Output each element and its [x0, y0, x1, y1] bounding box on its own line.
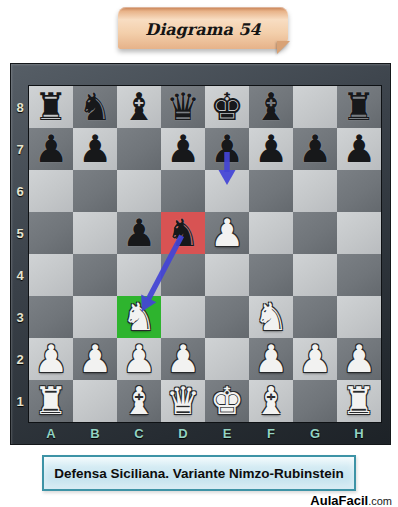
chess-board: 87654321 ♜♞♝♛♚♝♜♟♟♟♟♟♟♟♟♞♟♞♞♟♟♟♟♟♟♟♜♝♛♚♝…: [10, 63, 391, 445]
square-d1: ♛: [161, 380, 205, 422]
rank-label-2: 2: [11, 338, 29, 380]
black-pawn-f7: ♟: [254, 128, 288, 170]
black-rook-a8: ♜: [34, 86, 68, 128]
square-a7: ♟: [29, 128, 73, 170]
brand-suffix: .com: [368, 495, 392, 507]
file-labels: ABCDEFGH: [29, 422, 381, 444]
file-label-h: H: [337, 422, 381, 444]
square-d8: ♛: [161, 86, 205, 128]
square-a1: ♜: [29, 380, 73, 422]
square-b6: [73, 170, 117, 212]
square-g1: [293, 380, 337, 422]
square-e7: ♟: [205, 128, 249, 170]
square-g6: [293, 170, 337, 212]
caption-box: Defensa Siciliana. Variante Nimzo-Rubins…: [42, 455, 356, 491]
file-label-a: A: [29, 422, 73, 444]
square-a8: ♜: [29, 86, 73, 128]
file-label-e: E: [205, 422, 249, 444]
square-a3: [29, 296, 73, 338]
square-f2: ♟: [249, 338, 293, 380]
square-b8: ♞: [73, 86, 117, 128]
square-b3: [73, 296, 117, 338]
square-h6: [337, 170, 381, 212]
square-h4: [337, 254, 381, 296]
rank-label-1: 1: [11, 380, 29, 422]
black-queen-d8: ♛: [166, 86, 200, 128]
diagram-title: Diagrama 54: [145, 17, 260, 39]
file-label-b: B: [73, 422, 117, 444]
rank-label-4: 4: [11, 254, 29, 296]
white-bishop-c1: ♝: [122, 380, 156, 422]
square-e1: ♚: [205, 380, 249, 422]
white-rook-a1: ♜: [34, 380, 68, 422]
file-label-g: G: [293, 422, 337, 444]
file-label-c: C: [117, 422, 161, 444]
square-f5: [249, 212, 293, 254]
white-pawn-h2: ♟: [342, 338, 376, 380]
square-b5: [73, 212, 117, 254]
black-knight-b8: ♞: [78, 86, 112, 128]
square-g3: [293, 296, 337, 338]
square-c1: ♝: [117, 380, 161, 422]
square-f1: ♝: [249, 380, 293, 422]
square-c3: ♞: [117, 296, 161, 338]
rank-label-3: 3: [11, 296, 29, 338]
aulafacil-logo[interactable]: AulaFacil.com: [310, 491, 392, 507]
white-pawn-a2: ♟: [34, 338, 68, 380]
black-pawn-b7: ♟: [78, 128, 112, 170]
square-b1: [73, 380, 117, 422]
square-c7: [117, 128, 161, 170]
square-a5: [29, 212, 73, 254]
square-d6: [161, 170, 205, 212]
page: Diagrama 54 87654321 ♜♞♝♛♚♝♜♟♟♟♟♟♟♟♟♞♟♞♞…: [0, 0, 398, 507]
square-e3: [205, 296, 249, 338]
square-d7: ♟: [161, 128, 205, 170]
black-bishop-f8: ♝: [254, 86, 288, 128]
square-e6: [205, 170, 249, 212]
white-queen-d1: ♛: [166, 380, 200, 422]
black-pawn-a7: ♟: [34, 128, 68, 170]
white-pawn-e5: ♟: [210, 212, 244, 254]
square-h7: ♟: [337, 128, 381, 170]
square-d2: ♟: [161, 338, 205, 380]
square-h8: ♜: [337, 86, 381, 128]
square-d5: ♞: [161, 212, 205, 254]
square-h5: [337, 212, 381, 254]
black-king-e8: ♚: [210, 86, 244, 128]
square-b4: [73, 254, 117, 296]
square-f8: ♝: [249, 86, 293, 128]
square-h2: ♟: [337, 338, 381, 380]
square-f6: [249, 170, 293, 212]
banner-fold-corner: [277, 41, 290, 54]
diagram-banner: Diagrama 54: [118, 7, 288, 49]
rank-label-8: 8: [11, 86, 29, 128]
square-e8: ♚: [205, 86, 249, 128]
file-label-d: D: [161, 422, 205, 444]
white-bishop-f1: ♝: [254, 380, 288, 422]
square-c6: [117, 170, 161, 212]
square-e4: [205, 254, 249, 296]
white-pawn-c2: ♟: [122, 338, 156, 380]
rank-label-6: 6: [11, 170, 29, 212]
square-f3: ♞: [249, 296, 293, 338]
caption-text: Defensa Siciliana. Variante Nimzo-Rubins…: [54, 466, 344, 481]
rank-labels: 87654321: [11, 86, 29, 422]
square-f4: [249, 254, 293, 296]
file-label-f: F: [249, 422, 293, 444]
board-squares: ♜♞♝♛♚♝♜♟♟♟♟♟♟♟♟♞♟♞♞♟♟♟♟♟♟♟♜♝♛♚♝♜: [29, 86, 381, 422]
square-a2: ♟: [29, 338, 73, 380]
square-d3: [161, 296, 205, 338]
square-c5: ♟: [117, 212, 161, 254]
white-pawn-g2: ♟: [298, 338, 332, 380]
square-g8: [293, 86, 337, 128]
rank-label-7: 7: [11, 128, 29, 170]
square-e5: ♟: [205, 212, 249, 254]
white-pawn-d2: ♟: [166, 338, 200, 380]
white-knight-f3: ♞: [254, 296, 288, 338]
square-g4: [293, 254, 337, 296]
square-a6: [29, 170, 73, 212]
square-c8: ♝: [117, 86, 161, 128]
square-h1: ♜: [337, 380, 381, 422]
black-pawn-e7: ♟: [210, 128, 244, 170]
white-pawn-f2: ♟: [254, 338, 288, 380]
square-b2: ♟: [73, 338, 117, 380]
black-rook-h8: ♜: [342, 86, 376, 128]
square-h3: [337, 296, 381, 338]
square-c4: [117, 254, 161, 296]
black-bishop-c8: ♝: [122, 86, 156, 128]
black-pawn-d7: ♟: [166, 128, 200, 170]
black-pawn-h7: ♟: [342, 128, 376, 170]
square-d4: [161, 254, 205, 296]
brand-name: AulaFacil: [310, 493, 368, 507]
black-knight-d5: ♞: [166, 212, 200, 254]
rank-label-5: 5: [11, 212, 29, 254]
square-a4: [29, 254, 73, 296]
white-pawn-b2: ♟: [78, 338, 112, 380]
square-f7: ♟: [249, 128, 293, 170]
square-g5: [293, 212, 337, 254]
black-pawn-c5: ♟: [122, 212, 156, 254]
white-knight-c3: ♞: [122, 296, 156, 338]
white-king-e1: ♚: [210, 380, 244, 422]
square-g2: ♟: [293, 338, 337, 380]
square-c2: ♟: [117, 338, 161, 380]
square-b7: ♟: [73, 128, 117, 170]
white-rook-h1: ♜: [342, 380, 376, 422]
black-pawn-g7: ♟: [298, 128, 332, 170]
square-g7: ♟: [293, 128, 337, 170]
square-e2: [205, 338, 249, 380]
